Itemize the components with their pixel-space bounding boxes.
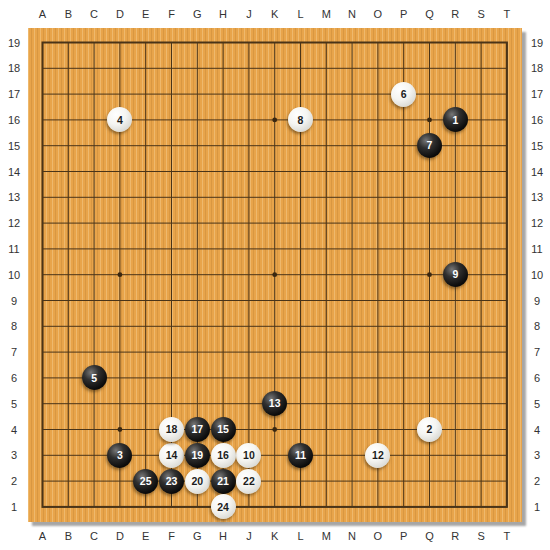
coordinate-label: 3 (534, 449, 540, 461)
coordinate-label: 14 (8, 166, 20, 178)
coordinate-label: B (65, 8, 72, 20)
coordinate-label: 7 (534, 346, 540, 358)
stone-black-move-11[interactable]: 11 (288, 443, 313, 468)
coordinate-label: E (142, 530, 149, 542)
coordinate-label: 12 (8, 217, 20, 229)
coordinate-label: G (193, 8, 202, 20)
coordinate-label: 19 (531, 37, 543, 49)
coordinate-label: 14 (531, 166, 543, 178)
coordinate-label: J (246, 530, 252, 542)
stone-white-move-22[interactable]: 22 (236, 469, 261, 494)
stone-black-move-9[interactable]: 9 (443, 262, 468, 287)
coordinate-label: 3 (11, 449, 17, 461)
coordinate-label: F (168, 8, 175, 20)
go-board[interactable]: 1234567891011121314151617181920212223242… (28, 28, 522, 522)
coordinate-label: D (116, 530, 124, 542)
coordinate-label: 1 (534, 501, 540, 513)
coordinate-label: 11 (8, 243, 19, 255)
coordinate-label: L (297, 8, 303, 20)
coordinate-label: K (271, 530, 278, 542)
coordinate-label: 10 (8, 269, 20, 281)
coordinate-label: 4 (534, 424, 540, 436)
coordinate-label: F (168, 530, 175, 542)
coordinate-label: 16 (8, 114, 20, 126)
coordinate-label: 7 (11, 346, 17, 358)
coordinate-label: 10 (531, 269, 543, 281)
coordinate-label: 17 (8, 88, 20, 100)
coordinate-label: 5 (534, 398, 540, 410)
coordinate-label: T (504, 8, 511, 20)
coordinate-label: 2 (11, 475, 17, 487)
stone-white-move-2[interactable]: 2 (417, 417, 442, 442)
coordinate-label: A (39, 530, 46, 542)
stone-white-move-24[interactable]: 24 (211, 494, 236, 519)
coordinate-label: 6 (11, 372, 17, 384)
coordinate-label: S (477, 8, 484, 20)
stone-white-move-18[interactable]: 18 (159, 417, 184, 442)
stone-black-move-17[interactable]: 17 (185, 417, 210, 442)
coordinate-label: 4 (11, 424, 17, 436)
stone-white-move-14[interactable]: 14 (159, 443, 184, 468)
coordinate-label: 8 (534, 320, 540, 332)
coordinate-label: 12 (531, 217, 543, 229)
coordinate-label: 19 (8, 37, 20, 49)
coordinate-label: C (90, 8, 98, 20)
stone-black-move-15[interactable]: 15 (211, 417, 236, 442)
coordinate-label: M (322, 530, 331, 542)
stone-black-move-5[interactable]: 5 (82, 365, 107, 390)
coordinate-label: A (39, 8, 46, 20)
coordinate-label: 15 (531, 140, 543, 152)
coordinate-label: 9 (11, 295, 17, 307)
coordinate-label: E (142, 8, 149, 20)
coordinate-label: 9 (534, 295, 540, 307)
coordinate-label: 18 (531, 62, 543, 74)
stone-black-move-21[interactable]: 21 (211, 469, 236, 494)
coordinate-label: D (116, 8, 124, 20)
coordinate-label: 13 (8, 191, 20, 203)
coordinate-label: B (65, 530, 72, 542)
coordinate-label: 5 (11, 398, 17, 410)
coordinate-label: 13 (531, 191, 543, 203)
coordinate-label: C (90, 530, 98, 542)
coordinate-label: H (219, 530, 227, 542)
coordinate-label: O (374, 8, 383, 20)
coordinate-label: K (271, 8, 278, 20)
coordinate-label: 17 (531, 88, 543, 100)
stone-white-move-16[interactable]: 16 (211, 443, 236, 468)
coordinate-label: O (374, 530, 383, 542)
coordinate-label: M (322, 8, 331, 20)
coordinate-label: P (400, 530, 407, 542)
stone-white-move-6[interactable]: 6 (391, 82, 416, 107)
coordinate-label: T (504, 530, 511, 542)
stone-black-move-19[interactable]: 19 (185, 443, 210, 468)
stone-white-move-20[interactable]: 20 (185, 469, 210, 494)
coordinate-label: P (400, 8, 407, 20)
coordinate-label: 16 (531, 114, 543, 126)
coordinate-label: G (193, 530, 202, 542)
stone-black-move-25[interactable]: 25 (133, 469, 158, 494)
coordinate-label: J (246, 8, 252, 20)
coordinate-label: 15 (8, 140, 20, 152)
go-game-diagram: ABCDEFGHJKLMNOPQRST ABCDEFGHJKLMNOPQRST … (0, 0, 550, 550)
coordinate-label: L (297, 530, 303, 542)
coordinate-label: R (451, 530, 459, 542)
coordinate-label: 18 (8, 62, 20, 74)
coordinate-label: 6 (534, 372, 540, 384)
coordinate-label: 8 (11, 320, 17, 332)
coordinate-label: N (348, 530, 356, 542)
coordinate-label: Q (425, 530, 434, 542)
coordinate-label: 2 (534, 475, 540, 487)
stone-black-move-23[interactable]: 23 (159, 469, 184, 494)
coordinate-label: Q (425, 8, 434, 20)
coordinate-label: N (348, 8, 356, 20)
coordinate-label: 1 (11, 501, 17, 513)
coordinate-label: R (451, 8, 459, 20)
coordinate-label: H (219, 8, 227, 20)
coordinate-label: S (477, 530, 484, 542)
coordinate-label: 11 (531, 243, 542, 255)
